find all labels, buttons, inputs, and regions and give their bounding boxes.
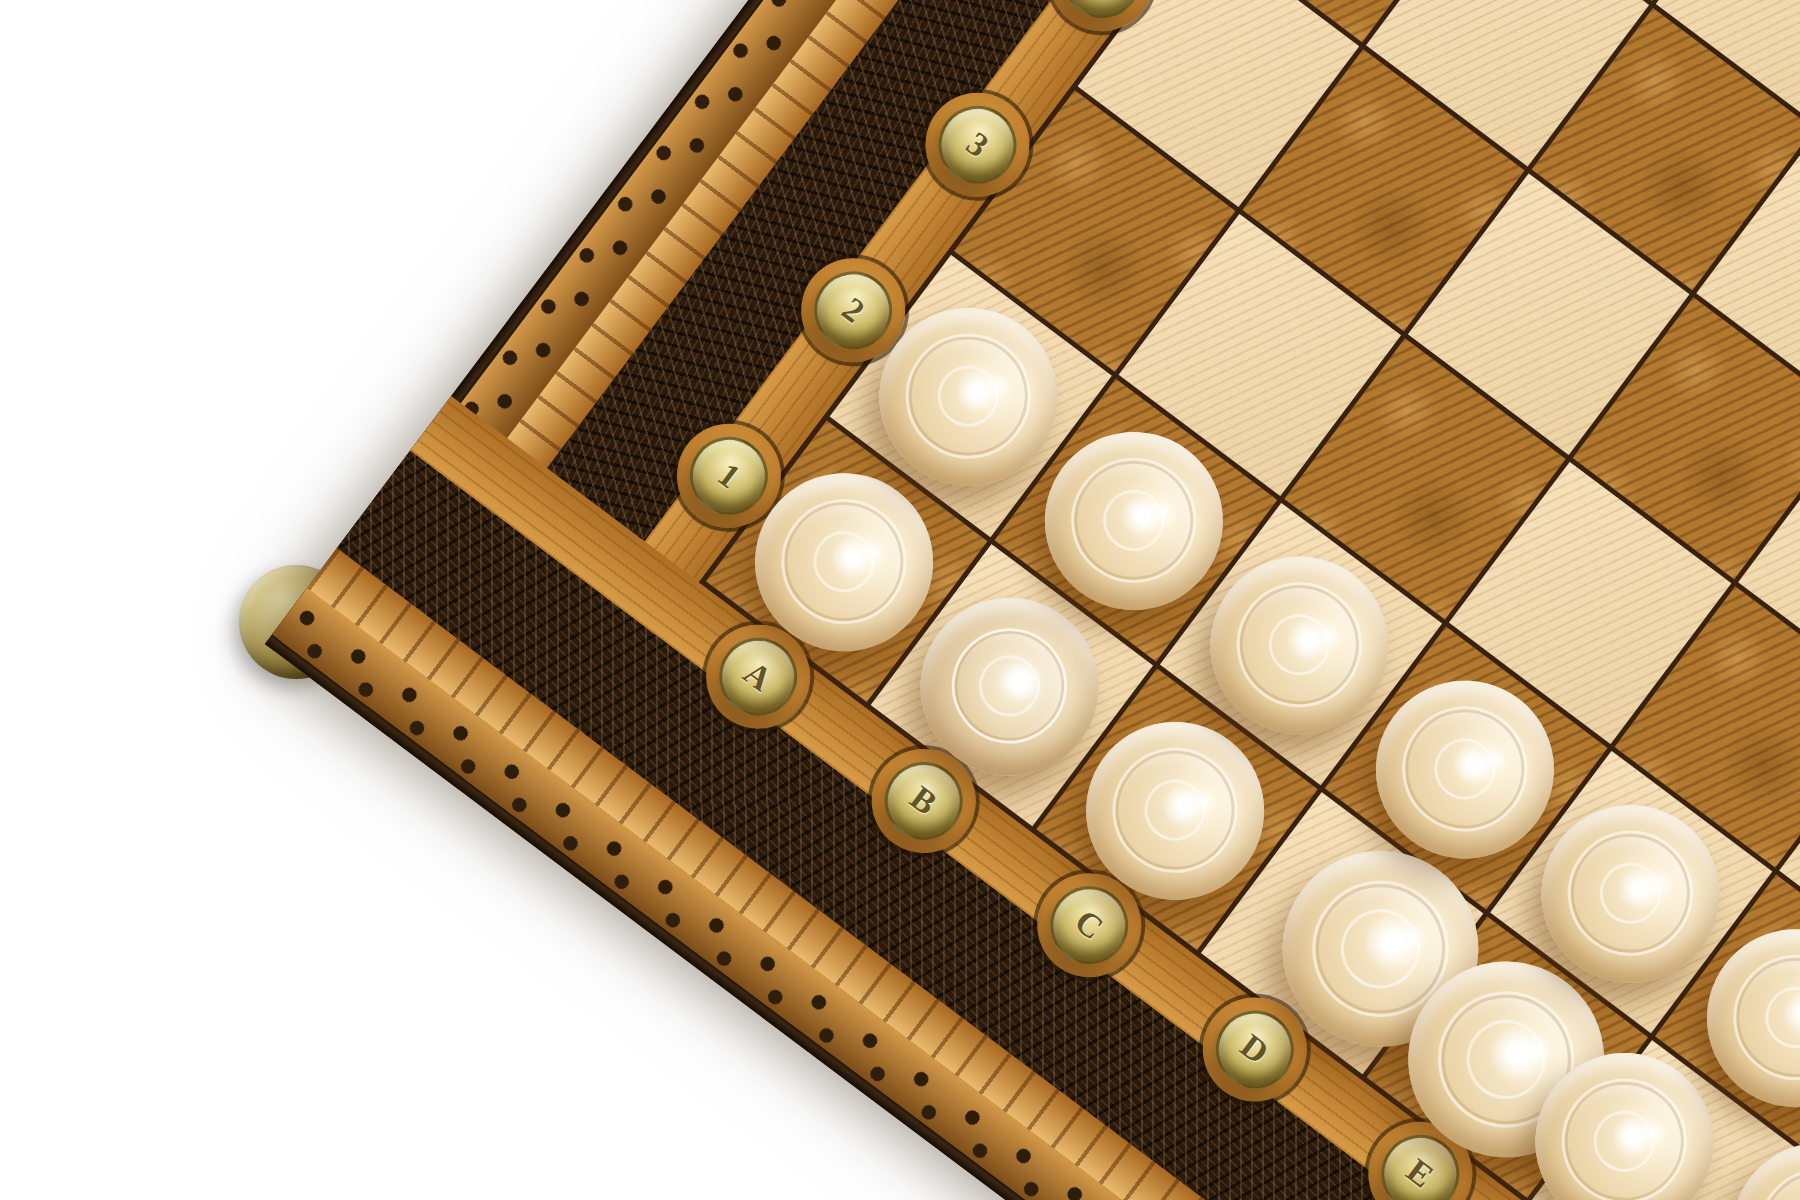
- stud-label-3: 3: [961, 126, 995, 163]
- photo-stage: ABCDEFGH12345678: [0, 0, 1800, 1200]
- stud-label-E: E: [1401, 1153, 1440, 1194]
- stud-label-2: 2: [836, 291, 870, 328]
- board: ABCDEFGH12345678: [265, 0, 1800, 1200]
- stud-label-B: B: [904, 780, 943, 821]
- stud-label-A: A: [738, 655, 778, 697]
- stud-label-C: C: [1069, 904, 1109, 946]
- stud-label-1: 1: [712, 457, 746, 494]
- stud-label-D: D: [1234, 1028, 1274, 1070]
